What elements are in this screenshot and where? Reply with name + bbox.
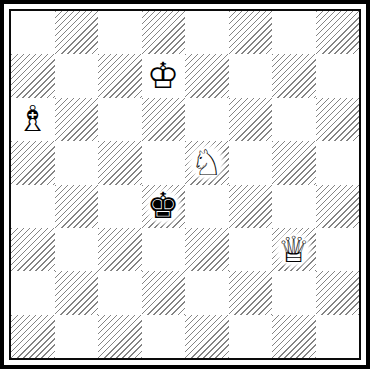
square-h4 — [316, 185, 360, 228]
square-e4 — [185, 185, 229, 228]
square-d4: ♚ — [142, 185, 186, 228]
square-h1 — [316, 315, 360, 358]
square-b6 — [55, 98, 99, 141]
square-g5 — [272, 141, 316, 184]
square-b2 — [55, 271, 99, 314]
square-a8 — [11, 11, 55, 54]
square-d2 — [142, 271, 186, 314]
square-d6 — [142, 98, 186, 141]
square-d5 — [142, 141, 186, 184]
square-c4 — [98, 185, 142, 228]
square-g7 — [272, 54, 316, 97]
square-f6 — [229, 98, 273, 141]
square-d3 — [142, 228, 186, 271]
square-f2 — [229, 271, 273, 314]
chess-board: ♔♗♘♚♕ — [11, 11, 359, 358]
square-h5 — [316, 141, 360, 184]
square-e6 — [185, 98, 229, 141]
square-b3 — [55, 228, 99, 271]
square-c7 — [98, 54, 142, 97]
square-e1 — [185, 315, 229, 358]
piece-black-king: ♚ — [143, 186, 184, 227]
square-h7 — [316, 54, 360, 97]
square-b1 — [55, 315, 99, 358]
square-c5 — [98, 141, 142, 184]
square-c2 — [98, 271, 142, 314]
square-e7 — [185, 54, 229, 97]
square-a1 — [11, 315, 55, 358]
square-c6 — [98, 98, 142, 141]
square-c1 — [98, 315, 142, 358]
square-h2 — [316, 271, 360, 314]
square-g1 — [272, 315, 316, 358]
square-b4 — [55, 185, 99, 228]
piece-white-queen: ♕ — [273, 229, 314, 270]
square-h8 — [316, 11, 360, 54]
square-f8 — [229, 11, 273, 54]
square-g3: ♕ — [272, 228, 316, 271]
square-f1 — [229, 315, 273, 358]
square-d1 — [142, 315, 186, 358]
square-d7: ♔ — [142, 54, 186, 97]
square-a5 — [11, 141, 55, 184]
square-e8 — [185, 11, 229, 54]
square-f5 — [229, 141, 273, 184]
square-c8 — [98, 11, 142, 54]
board-inner-border: ♔♗♘♚♕ — [9, 9, 361, 360]
piece-white-bishop: ♗ — [12, 99, 53, 140]
square-b5 — [55, 141, 99, 184]
square-a4 — [11, 185, 55, 228]
square-b7 — [55, 54, 99, 97]
square-b8 — [55, 11, 99, 54]
square-c3 — [98, 228, 142, 271]
square-g4 — [272, 185, 316, 228]
piece-white-king: ♔ — [143, 56, 184, 97]
square-h6 — [316, 98, 360, 141]
square-g2 — [272, 271, 316, 314]
square-a7 — [11, 54, 55, 97]
piece-white-knight: ♘ — [186, 142, 227, 183]
square-g6 — [272, 98, 316, 141]
square-a6: ♗ — [11, 98, 55, 141]
square-g8 — [272, 11, 316, 54]
square-a3 — [11, 228, 55, 271]
square-e2 — [185, 271, 229, 314]
square-f4 — [229, 185, 273, 228]
square-h3 — [316, 228, 360, 271]
square-e5: ♘ — [185, 141, 229, 184]
square-f3 — [229, 228, 273, 271]
square-d8 — [142, 11, 186, 54]
square-a2 — [11, 271, 55, 314]
chess-diagram-frame: ♔♗♘♚♕ — [0, 0, 370, 369]
square-e3 — [185, 228, 229, 271]
square-f7 — [229, 54, 273, 97]
